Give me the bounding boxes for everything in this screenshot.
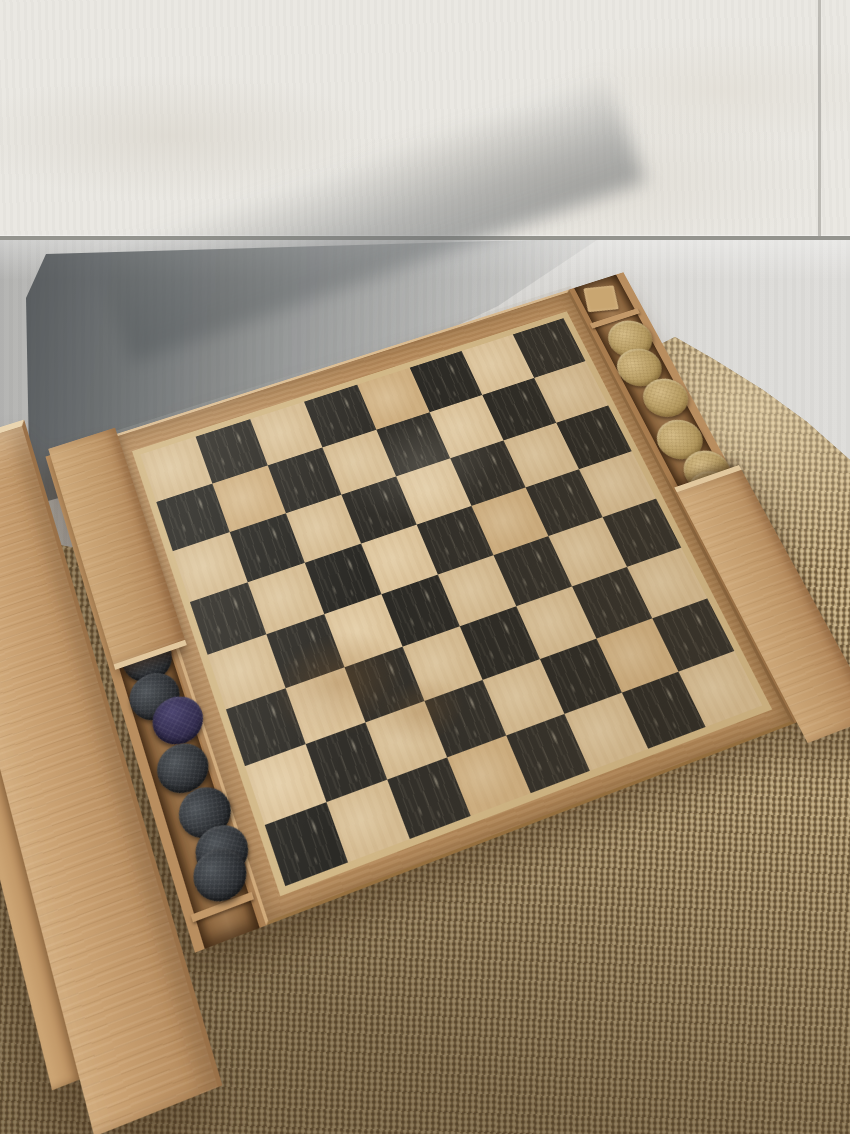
photo-scene xyxy=(0,0,850,1134)
spare-wood-block[interactable] xyxy=(583,285,618,312)
wall-vertical-seam xyxy=(818,0,821,238)
